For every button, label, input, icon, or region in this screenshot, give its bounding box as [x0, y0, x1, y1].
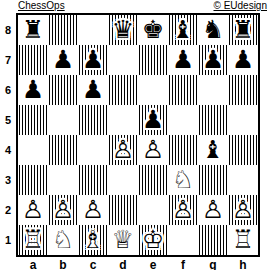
square-e1[interactable]: ♔ — [138, 225, 168, 255]
square-f5[interactable] — [168, 105, 198, 135]
white-bishop: ♗ — [82, 225, 104, 255]
file-label-e: e — [138, 261, 168, 270]
black-rook: ♜ — [22, 15, 44, 45]
square-f7[interactable]: ♟ — [168, 45, 198, 75]
black-knight: ♞ — [202, 15, 224, 45]
header: ChessOps © EUdesign — [0, 0, 270, 13]
square-d4[interactable]: ♙ — [108, 135, 138, 165]
square-g4[interactable]: ♝ — [198, 135, 228, 165]
white-king: ♔ — [142, 225, 164, 255]
square-h1[interactable]: ♖ — [228, 225, 258, 255]
white-pawn: ♙ — [52, 195, 74, 225]
white-pawn: ♙ — [112, 135, 134, 165]
file-label-f: f — [168, 261, 198, 270]
white-pawn: ♙ — [172, 195, 194, 225]
square-a5[interactable] — [18, 105, 48, 135]
square-b1[interactable]: ♘ — [48, 225, 78, 255]
copyright-link[interactable]: © EUdesign — [213, 0, 267, 11]
white-pawn: ♙ — [22, 195, 44, 225]
square-b6[interactable] — [48, 75, 78, 105]
square-b2[interactable]: ♙ — [48, 195, 78, 225]
square-g2[interactable]: ♙ — [198, 195, 228, 225]
white-rook: ♖ — [22, 225, 44, 255]
square-f4[interactable] — [168, 135, 198, 165]
square-e8[interactable]: ♚ — [138, 15, 168, 45]
square-d6[interactable] — [108, 75, 138, 105]
square-g1[interactable] — [198, 225, 228, 255]
square-e6[interactable] — [138, 75, 168, 105]
square-g5[interactable] — [198, 105, 228, 135]
rank-label-2: 2 — [0, 195, 16, 225]
board-area: 87654321 ♜♛♚♝♞♜♟♟♟♟♟♟♟♟♙♙♝♘♙♙♙♙♙♙♖♘♗♕♔♖ — [0, 13, 260, 257]
white-knight: ♘ — [52, 225, 74, 255]
square-e4[interactable]: ♙ — [138, 135, 168, 165]
square-a6[interactable]: ♟ — [18, 75, 48, 105]
square-f8[interactable]: ♝ — [168, 15, 198, 45]
white-pawn: ♙ — [232, 195, 254, 225]
square-d8[interactable]: ♛ — [108, 15, 138, 45]
square-c5[interactable] — [78, 105, 108, 135]
square-e7[interactable] — [138, 45, 168, 75]
square-c2[interactable]: ♙ — [78, 195, 108, 225]
rank-label-5: 5 — [0, 105, 16, 135]
square-c1[interactable]: ♗ — [78, 225, 108, 255]
black-bishop: ♝ — [202, 135, 224, 165]
rank-label-8: 8 — [0, 15, 16, 45]
file-label-h: h — [228, 261, 258, 270]
square-c4[interactable] — [78, 135, 108, 165]
square-c8[interactable] — [78, 15, 108, 45]
black-pawn: ♟ — [82, 75, 104, 105]
square-h5[interactable] — [228, 105, 258, 135]
rank-label-1: 1 — [0, 225, 16, 255]
white-pawn: ♙ — [82, 195, 104, 225]
square-a8[interactable]: ♜ — [18, 15, 48, 45]
square-b4[interactable] — [48, 135, 78, 165]
square-d3[interactable] — [108, 165, 138, 195]
square-h6[interactable] — [228, 75, 258, 105]
square-h2[interactable]: ♙ — [228, 195, 258, 225]
square-h7[interactable]: ♟ — [228, 45, 258, 75]
file-labels: abcdefgh — [18, 261, 258, 270]
square-b8[interactable] — [48, 15, 78, 45]
square-a1[interactable]: ♖ — [18, 225, 48, 255]
black-pawn: ♟ — [52, 45, 74, 75]
white-rook: ♖ — [232, 225, 254, 255]
board: ♜♛♚♝♞♜♟♟♟♟♟♟♟♟♙♙♝♘♙♙♙♙♙♙♖♘♗♕♔♖ — [16, 13, 260, 257]
white-pawn: ♙ — [202, 195, 224, 225]
square-f2[interactable]: ♙ — [168, 195, 198, 225]
file-label-a: a — [18, 261, 48, 270]
rank-label-3: 3 — [0, 165, 16, 195]
black-pawn: ♟ — [22, 75, 44, 105]
square-g8[interactable]: ♞ — [198, 15, 228, 45]
square-f3[interactable]: ♘ — [168, 165, 198, 195]
file-label-b: b — [48, 261, 78, 270]
square-h3[interactable] — [228, 165, 258, 195]
square-d7[interactable] — [108, 45, 138, 75]
square-c6[interactable]: ♟ — [78, 75, 108, 105]
black-bishop: ♝ — [172, 15, 194, 45]
black-rook: ♜ — [232, 15, 254, 45]
square-g7[interactable]: ♟ — [198, 45, 228, 75]
square-e2[interactable] — [138, 195, 168, 225]
black-pawn: ♟ — [82, 45, 104, 75]
square-b5[interactable] — [48, 105, 78, 135]
square-a3[interactable] — [18, 165, 48, 195]
square-g3[interactable] — [198, 165, 228, 195]
square-f1[interactable] — [168, 225, 198, 255]
square-c3[interactable] — [78, 165, 108, 195]
black-pawn: ♟ — [172, 45, 194, 75]
rank-label-7: 7 — [0, 45, 16, 75]
black-queen: ♛ — [112, 15, 134, 45]
square-b7[interactable]: ♟ — [48, 45, 78, 75]
black-king: ♚ — [142, 15, 164, 45]
file-label-d: d — [108, 261, 138, 270]
square-a2[interactable]: ♙ — [18, 195, 48, 225]
square-d2[interactable] — [108, 195, 138, 225]
white-knight: ♘ — [172, 165, 194, 195]
black-pawn: ♟ — [232, 45, 254, 75]
square-g6[interactable] — [198, 75, 228, 105]
square-f6[interactable] — [168, 75, 198, 105]
square-h8[interactable]: ♜ — [228, 15, 258, 45]
file-label-g: g — [198, 261, 228, 270]
square-a4[interactable] — [18, 135, 48, 165]
white-queen: ♕ — [112, 225, 134, 255]
rank-label-4: 4 — [0, 135, 16, 165]
file-label-c: c — [78, 261, 108, 270]
rank-label-6: 6 — [0, 75, 16, 105]
white-pawn: ♙ — [142, 135, 164, 165]
square-e5[interactable]: ♟ — [138, 105, 168, 135]
square-b3[interactable] — [48, 165, 78, 195]
square-h4[interactable] — [228, 135, 258, 165]
black-pawn: ♟ — [142, 105, 164, 135]
square-d1[interactable]: ♕ — [108, 225, 138, 255]
square-a7[interactable] — [18, 45, 48, 75]
app-title-link[interactable]: ChessOps — [18, 0, 65, 11]
square-d5[interactable] — [108, 105, 138, 135]
black-pawn: ♟ — [202, 45, 224, 75]
rank-labels: 87654321 — [0, 13, 16, 257]
square-e3[interactable] — [138, 165, 168, 195]
square-c7[interactable]: ♟ — [78, 45, 108, 75]
